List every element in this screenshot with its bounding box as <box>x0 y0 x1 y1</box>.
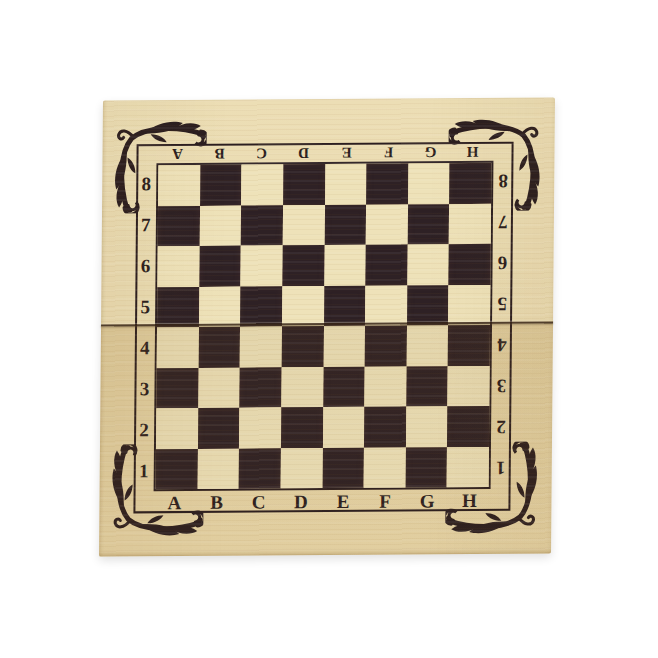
square-e8[interactable] <box>325 164 367 205</box>
square-b6[interactable] <box>199 246 241 287</box>
square-d1[interactable] <box>280 448 322 489</box>
file-label-bottom-d: D <box>280 490 322 512</box>
square-b2[interactable] <box>198 408 240 449</box>
rank-label-right-1: 1 <box>491 448 511 489</box>
file-label-bottom-g: G <box>406 489 448 511</box>
square-f2[interactable] <box>364 406 406 447</box>
photo-background: ABCDEFGH ABCDEFGH 87654321 87654321 <box>0 0 658 658</box>
board-grid <box>154 161 494 491</box>
square-g6[interactable] <box>407 244 449 285</box>
square-a8[interactable] <box>158 165 200 206</box>
rank-label-right-4: 4 <box>492 325 512 366</box>
square-a4[interactable] <box>157 327 199 368</box>
square-f8[interactable] <box>366 163 408 204</box>
square-g8[interactable] <box>408 163 450 204</box>
square-b3[interactable] <box>198 367 240 408</box>
file-label-top-h: H <box>451 143 493 161</box>
square-d8[interactable] <box>283 164 325 205</box>
square-g4[interactable] <box>406 325 448 366</box>
square-b7[interactable] <box>199 205 241 246</box>
square-f5[interactable] <box>365 285 407 326</box>
square-b5[interactable] <box>199 286 241 327</box>
square-b1[interactable] <box>197 448 239 489</box>
square-a3[interactable] <box>156 367 198 408</box>
file-label-bottom-h: H <box>448 489 490 511</box>
square-g1[interactable] <box>405 447 447 488</box>
file-label-top-e: E <box>325 144 367 162</box>
square-h7[interactable] <box>449 203 491 244</box>
square-f6[interactable] <box>365 244 407 285</box>
square-e6[interactable] <box>324 245 366 286</box>
square-e2[interactable] <box>322 407 364 448</box>
square-c6[interactable] <box>241 245 283 286</box>
file-label-top-g: G <box>409 143 451 161</box>
square-f7[interactable] <box>366 204 408 245</box>
square-h6[interactable] <box>449 244 491 285</box>
rank-label-right-2: 2 <box>491 407 511 448</box>
rank-label-right-8: 8 <box>493 161 513 202</box>
file-label-top-a: A <box>156 145 198 163</box>
square-g5[interactable] <box>407 285 449 326</box>
rank-label-left-7: 7 <box>136 204 156 245</box>
file-label-top-d: D <box>283 144 325 162</box>
files-top: ABCDEFGH <box>156 143 493 163</box>
square-a6[interactable] <box>157 246 199 287</box>
square-e7[interactable] <box>324 204 366 245</box>
file-label-top-c: C <box>241 144 283 162</box>
wooden-board-panel: ABCDEFGH ABCDEFGH 87654321 87654321 <box>99 97 555 556</box>
file-label-bottom-e: E <box>322 490 364 512</box>
rank-label-right-6: 6 <box>492 243 512 284</box>
square-f4[interactable] <box>365 325 407 366</box>
square-f3[interactable] <box>364 366 406 407</box>
square-c5[interactable] <box>240 286 282 327</box>
square-e3[interactable] <box>323 366 365 407</box>
rank-label-left-5: 5 <box>135 286 155 327</box>
file-label-top-f: F <box>367 143 409 161</box>
square-e5[interactable] <box>324 285 366 326</box>
rank-label-left-1: 1 <box>134 450 154 491</box>
square-h4[interactable] <box>448 325 490 366</box>
square-f1[interactable] <box>364 447 406 488</box>
square-h8[interactable] <box>449 163 491 204</box>
file-label-bottom-f: F <box>364 489 406 511</box>
square-d6[interactable] <box>282 245 324 286</box>
square-d4[interactable] <box>282 326 324 367</box>
square-h2[interactable] <box>447 406 489 447</box>
square-a1[interactable] <box>156 448 198 489</box>
square-b8[interactable] <box>200 165 242 206</box>
rank-label-right-7: 7 <box>493 202 513 243</box>
file-label-bottom-c: C <box>238 490 280 512</box>
square-h5[interactable] <box>448 284 490 325</box>
square-g3[interactable] <box>406 366 448 407</box>
square-h3[interactable] <box>448 365 490 406</box>
square-c2[interactable] <box>239 407 281 448</box>
square-d3[interactable] <box>281 367 323 408</box>
square-e4[interactable] <box>323 326 365 367</box>
rank-label-left-6: 6 <box>135 245 155 286</box>
square-d2[interactable] <box>281 407 323 448</box>
square-b4[interactable] <box>198 327 240 368</box>
file-label-bottom-b: B <box>196 491 238 513</box>
ranks-right: 87654321 <box>491 161 514 489</box>
rank-label-left-4: 4 <box>135 327 155 368</box>
file-label-bottom-a: A <box>153 491 195 513</box>
square-d5[interactable] <box>282 286 324 327</box>
square-c3[interactable] <box>240 367 282 408</box>
file-label-top-b: B <box>199 145 241 163</box>
square-c8[interactable] <box>241 164 283 205</box>
square-g2[interactable] <box>406 406 448 447</box>
square-a2[interactable] <box>156 408 198 449</box>
rank-label-right-5: 5 <box>492 284 512 325</box>
rank-label-left-8: 8 <box>136 163 156 204</box>
square-d7[interactable] <box>283 205 325 246</box>
square-g7[interactable] <box>407 204 449 245</box>
square-c1[interactable] <box>239 448 281 489</box>
square-a5[interactable] <box>157 286 199 327</box>
square-a7[interactable] <box>158 205 200 246</box>
rank-label-left-3: 3 <box>134 368 154 409</box>
square-e1[interactable] <box>322 447 364 488</box>
rank-label-right-3: 3 <box>491 366 511 407</box>
square-c4[interactable] <box>240 326 282 367</box>
rank-label-left-2: 2 <box>134 409 154 450</box>
square-c7[interactable] <box>241 205 283 246</box>
square-h1[interactable] <box>447 446 489 487</box>
files-bottom: ABCDEFGH <box>153 489 490 513</box>
